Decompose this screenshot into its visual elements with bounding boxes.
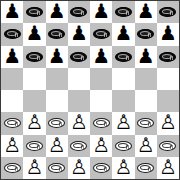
square-e5[interactable] [90,68,112,90]
square-h3[interactable]: ♙ [157,112,179,134]
white-pawn: ♙ [48,135,66,155]
black-pawn: ♟ [137,46,155,66]
black-pawn: ♟ [25,23,43,43]
black-pawn: ♟ [3,46,21,66]
black-draughts-man [70,7,87,17]
black-draughts-man [93,29,110,39]
square-g2[interactable]: ♙ [135,135,157,157]
disc-top-face [51,31,61,36]
square-a5[interactable] [1,68,23,90]
square-e1[interactable] [90,157,112,179]
white-pawn: ♙ [114,112,132,132]
white-draughts-man [4,163,21,173]
disc-top-face [73,9,83,14]
white-draughts-man [137,118,154,128]
disc-top-face [162,54,172,59]
black-pawn: ♟ [92,1,110,21]
square-a1[interactable] [1,157,23,179]
square-h2[interactable] [157,135,179,157]
square-c7[interactable] [46,23,68,45]
square-b2[interactable] [23,135,45,157]
disc-top-face [51,120,61,125]
white-draughts-man [26,141,43,151]
white-draughts-man [93,118,110,128]
square-a3[interactable] [1,112,23,134]
square-d5[interactable] [68,68,90,90]
white-pawn: ♙ [114,157,132,177]
black-pawn: ♟ [92,46,110,66]
black-draughts-man [48,29,65,39]
square-f5[interactable] [112,68,134,90]
square-a6[interactable]: ♟ [1,46,23,68]
white-draughts-man [48,118,65,128]
white-pawn: ♙ [70,112,88,132]
white-draughts-man [48,163,65,173]
square-f4[interactable] [112,90,134,112]
disc-top-face [7,165,17,170]
black-draughts-man [137,29,154,39]
square-h8[interactable] [157,1,179,23]
square-b4[interactable] [23,90,45,112]
black-draughts-man [159,52,176,62]
chess-board: ♟♟♟♟♟♟♟♟♟♟♟♟♙♙♙♙♙♙♙♙♙♙♙♙ [0,0,180,180]
square-g7[interactable] [135,23,157,45]
disc-top-face [29,143,39,148]
square-f6[interactable] [112,46,134,68]
square-d1[interactable]: ♙ [68,157,90,179]
square-h4[interactable] [157,90,179,112]
square-c1[interactable] [46,157,68,179]
square-e7[interactable] [90,23,112,45]
black-draughts-man [26,7,43,17]
black-draughts-man [4,29,21,39]
white-pawn: ♙ [3,135,21,155]
square-b1[interactable]: ♙ [23,157,45,179]
square-b6[interactable] [23,46,45,68]
white-draughts-man [70,141,87,151]
disc-top-face [96,31,106,36]
square-c5[interactable] [46,68,68,90]
square-a8[interactable]: ♟ [1,1,23,23]
black-pawn: ♟ [48,1,66,21]
square-h6[interactable] [157,46,179,68]
square-c3[interactable] [46,112,68,134]
white-pawn: ♙ [92,135,110,155]
disc-top-face [140,165,150,170]
square-d4[interactable] [68,90,90,112]
white-pawn: ♙ [159,112,177,132]
disc-top-face [162,9,172,14]
black-draughts-man [70,52,87,62]
square-b8[interactable] [23,1,45,23]
square-a2[interactable]: ♙ [1,135,23,157]
disc-top-face [96,120,106,125]
square-f3[interactable]: ♙ [112,112,134,134]
square-d3[interactable]: ♙ [68,112,90,134]
disc-top-face [7,31,17,36]
disc-top-face [51,165,61,170]
disc-top-face [140,31,150,36]
square-c8[interactable]: ♟ [46,1,68,23]
disc-top-face [140,120,150,125]
square-f2[interactable] [112,135,134,157]
square-g4[interactable] [135,90,157,112]
disc-top-face [118,143,128,148]
square-f7[interactable]: ♟ [112,23,134,45]
disc-top-face [162,143,172,148]
square-c4[interactable] [46,90,68,112]
square-e2[interactable]: ♙ [90,135,112,157]
white-pawn: ♙ [70,157,88,177]
square-d7[interactable]: ♟ [68,23,90,45]
black-pawn: ♟ [70,23,88,43]
black-pawn: ♟ [48,46,66,66]
square-b7[interactable]: ♟ [23,23,45,45]
square-g5[interactable] [135,68,157,90]
square-a4[interactable] [1,90,23,112]
black-draughts-man [115,7,132,17]
square-b3[interactable]: ♙ [23,112,45,134]
white-draughts-man [115,141,132,151]
square-g6[interactable]: ♟ [135,46,157,68]
disc-top-face [73,143,83,148]
white-draughts-man [93,163,110,173]
square-d6[interactable] [68,46,90,68]
disc-top-face [73,54,83,59]
square-d8[interactable] [68,1,90,23]
white-draughts-man [137,163,154,173]
black-draughts-man [26,52,43,62]
disc-top-face [118,9,128,14]
white-draughts-man [4,118,21,128]
square-e3[interactable] [90,112,112,134]
black-draughts-man [159,7,176,17]
square-h1[interactable]: ♙ [157,157,179,179]
square-f1[interactable]: ♙ [112,157,134,179]
square-e6[interactable]: ♟ [90,46,112,68]
black-pawn: ♟ [159,23,177,43]
disc-top-face [96,165,106,170]
square-e4[interactable] [90,90,112,112]
black-pawn: ♟ [3,1,21,21]
square-g1[interactable] [135,157,157,179]
square-c2[interactable]: ♙ [46,135,68,157]
white-draughts-man [159,141,176,151]
square-h5[interactable] [157,68,179,90]
square-f8[interactable] [112,1,134,23]
black-draughts-man [115,52,132,62]
square-g3[interactable] [135,112,157,134]
disc-top-face [29,9,39,14]
disc-top-face [29,54,39,59]
square-a7[interactable] [1,23,23,45]
square-c6[interactable]: ♟ [46,46,68,68]
square-b5[interactable] [23,68,45,90]
black-pawn: ♟ [114,23,132,43]
white-pawn: ♙ [159,157,177,177]
square-g8[interactable]: ♟ [135,1,157,23]
white-pawn: ♙ [137,135,155,155]
white-pawn: ♙ [25,157,43,177]
white-pawn: ♙ [25,112,43,132]
black-pawn: ♟ [137,1,155,21]
disc-top-face [118,54,128,59]
square-e8[interactable]: ♟ [90,1,112,23]
square-h7[interactable]: ♟ [157,23,179,45]
disc-top-face [7,120,17,125]
square-d2[interactable] [68,135,90,157]
